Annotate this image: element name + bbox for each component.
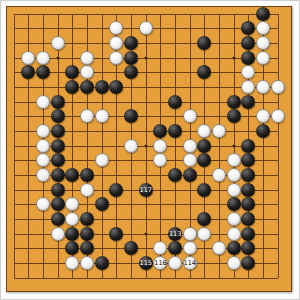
stone-white[interactable] — [197, 124, 211, 138]
move-number-label: 117 — [140, 187, 152, 194]
stone-white[interactable] — [256, 51, 270, 65]
stone-white[interactable] — [227, 183, 241, 197]
stone-black[interactable] — [80, 227, 94, 241]
stone-black[interactable] — [109, 80, 123, 94]
stone-white[interactable] — [36, 153, 50, 167]
go-board[interactable]: 117113115116114 — [6, 6, 292, 292]
stone-black[interactable] — [241, 227, 255, 241]
stone-black[interactable] — [241, 197, 255, 211]
stone-white[interactable] — [168, 256, 182, 270]
stone-white[interactable] — [36, 51, 50, 65]
stone-black[interactable] — [197, 36, 211, 50]
stone-black[interactable] — [109, 227, 123, 241]
stone-white[interactable] — [227, 153, 241, 167]
star-point — [144, 232, 147, 235]
stone-black[interactable] — [95, 197, 109, 211]
stone-black[interactable]: 115 — [139, 256, 153, 270]
stone-black[interactable] — [197, 153, 211, 167]
stone-black[interactable] — [124, 36, 138, 50]
stone-white[interactable] — [197, 227, 211, 241]
stone-white[interactable] — [80, 65, 94, 79]
stone-black[interactable] — [51, 109, 65, 123]
stone-black[interactable] — [241, 212, 255, 226]
stone-black[interactable] — [197, 65, 211, 79]
stone-black[interactable] — [51, 183, 65, 197]
star-point — [232, 56, 235, 59]
stone-black[interactable] — [241, 36, 255, 50]
stone-black[interactable] — [241, 256, 255, 270]
stone-black[interactable] — [124, 109, 138, 123]
stone-black[interactable] — [183, 168, 197, 182]
stone-black[interactable] — [168, 124, 182, 138]
stone-white[interactable] — [153, 153, 167, 167]
stone-black[interactable] — [80, 80, 94, 94]
stone-white[interactable] — [241, 65, 255, 79]
stone-black[interactable] — [197, 139, 211, 153]
stone-black[interactable] — [65, 80, 79, 94]
stone-white[interactable] — [80, 109, 94, 123]
stone-black[interactable] — [241, 183, 255, 197]
stone-white[interactable] — [153, 139, 167, 153]
stone-black[interactable] — [65, 65, 79, 79]
move-number-label: 116 — [154, 260, 166, 267]
stone-black[interactable] — [197, 212, 211, 226]
stone-black[interactable] — [51, 95, 65, 109]
stone-white[interactable] — [80, 183, 94, 197]
stone-black[interactable] — [109, 183, 123, 197]
stone-black[interactable] — [241, 139, 255, 153]
stone-white[interactable] — [80, 256, 94, 270]
stone-white[interactable]: 116 — [153, 256, 167, 270]
stone-black[interactable] — [124, 65, 138, 79]
stone-white[interactable] — [65, 197, 79, 211]
stone-black[interactable] — [65, 168, 79, 182]
stone-white[interactable] — [212, 241, 226, 255]
stone-black[interactable] — [241, 153, 255, 167]
stone-black[interactable] — [256, 7, 270, 21]
stone-black[interactable] — [51, 124, 65, 138]
stone-white[interactable] — [109, 21, 123, 35]
stone-black[interactable] — [227, 95, 241, 109]
stone-black[interactable] — [256, 124, 270, 138]
stone-white[interactable] — [153, 241, 167, 255]
board-gridline-vertical — [219, 14, 220, 278]
move-number-label: 113 — [169, 231, 181, 238]
star-point — [56, 56, 59, 59]
stone-white[interactable] — [241, 80, 255, 94]
stone-white[interactable] — [256, 21, 270, 35]
stone-white[interactable] — [109, 51, 123, 65]
board-gridline-horizontal — [14, 278, 278, 279]
stone-black[interactable] — [124, 51, 138, 65]
stone-black[interactable] — [80, 241, 94, 255]
stone-white[interactable] — [271, 80, 285, 94]
move-number-label: 115 — [140, 260, 152, 267]
stone-white[interactable] — [36, 124, 50, 138]
stone-black[interactable] — [51, 153, 65, 167]
stone-white[interactable] — [227, 168, 241, 182]
stone-white[interactable] — [36, 139, 50, 153]
stone-white[interactable] — [227, 227, 241, 241]
stone-white[interactable] — [65, 256, 79, 270]
board-gridline-vertical — [278, 14, 279, 278]
stone-white[interactable] — [80, 51, 94, 65]
stone-black[interactable]: 117 — [139, 183, 153, 197]
stone-white[interactable] — [95, 153, 109, 167]
stone-black[interactable] — [227, 109, 241, 123]
stone-black[interactable] — [95, 256, 109, 270]
stone-white[interactable] — [51, 36, 65, 50]
stone-black[interactable] — [197, 183, 211, 197]
stone-white[interactable] — [95, 109, 109, 123]
stone-black[interactable] — [227, 197, 241, 211]
stone-black[interactable] — [36, 65, 50, 79]
stone-black[interactable] — [51, 139, 65, 153]
stone-white[interactable] — [212, 168, 226, 182]
stone-white[interactable] — [256, 36, 270, 50]
stone-black[interactable] — [80, 168, 94, 182]
stone-white[interactable] — [124, 139, 138, 153]
stone-white[interactable] — [36, 197, 50, 211]
stone-black[interactable] — [241, 241, 255, 255]
star-point — [144, 56, 147, 59]
stone-black[interactable] — [80, 212, 94, 226]
stone-black[interactable] — [153, 124, 167, 138]
stone-white[interactable] — [212, 124, 226, 138]
stone-black[interactable] — [227, 241, 241, 255]
stone-black[interactable] — [241, 51, 255, 65]
star-point — [232, 144, 235, 147]
stone-black[interactable] — [241, 95, 255, 109]
stone-white[interactable] — [227, 212, 241, 226]
stone-black[interactable] — [168, 168, 182, 182]
stone-black[interactable] — [65, 227, 79, 241]
stone-black[interactable] — [21, 65, 35, 79]
stone-black[interactable] — [241, 168, 255, 182]
stone-white[interactable] — [183, 241, 197, 255]
stone-black[interactable] — [168, 241, 182, 255]
stone-black[interactable] — [51, 168, 65, 182]
stone-black[interactable]: 113 — [168, 227, 182, 241]
stone-white[interactable] — [183, 153, 197, 167]
stone-black[interactable] — [95, 80, 109, 94]
star-point — [144, 144, 147, 147]
stone-black[interactable] — [51, 212, 65, 226]
stone-white[interactable] — [139, 21, 153, 35]
stone-white[interactable] — [65, 212, 79, 226]
stone-white[interactable] — [36, 168, 50, 182]
stone-white[interactable]: 114 — [183, 256, 197, 270]
stone-black[interactable] — [65, 241, 79, 255]
stone-white[interactable] — [21, 51, 35, 65]
stone-white[interactable] — [109, 36, 123, 50]
stone-white[interactable] — [183, 139, 197, 153]
stone-white[interactable] — [51, 227, 65, 241]
stone-black[interactable] — [124, 241, 138, 255]
stone-black[interactable] — [51, 197, 65, 211]
stone-white[interactable] — [256, 80, 270, 94]
move-number-label: 114 — [184, 260, 196, 267]
stone-white[interactable] — [271, 109, 285, 123]
stone-white[interactable] — [36, 95, 50, 109]
stone-white[interactable] — [227, 256, 241, 270]
stone-white[interactable] — [256, 109, 270, 123]
stone-white[interactable] — [183, 227, 197, 241]
stone-white[interactable] — [183, 109, 197, 123]
stone-black[interactable] — [168, 95, 182, 109]
stone-black[interactable] — [241, 21, 255, 35]
